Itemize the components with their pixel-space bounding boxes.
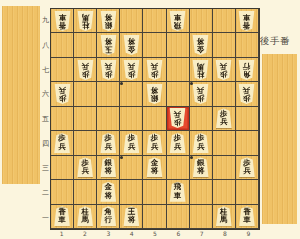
- square-6一[interactable]: [167, 205, 190, 229]
- piece-kanji: 将: [151, 86, 159, 95]
- square-2九[interactable]: 桂馬: [74, 9, 97, 33]
- square-4七[interactable]: 歩兵: [120, 58, 143, 82]
- square-6二[interactable]: 飛車: [167, 180, 190, 204]
- piece-kanji: 歩: [174, 118, 182, 127]
- piece-kanji: 将: [105, 37, 113, 46]
- piece-gote-角行[interactable]: 角行: [100, 206, 117, 226]
- piece-sente-歩兵[interactable]: 歩兵: [169, 108, 186, 128]
- piece-sente-歩兵[interactable]: 歩兵: [123, 60, 140, 80]
- rank-label: 七: [41, 57, 50, 82]
- piece-kanji: 馬: [197, 61, 205, 70]
- piece-gote-王将[interactable]: 王将: [123, 206, 140, 226]
- piece-kanji: 兵: [197, 143, 205, 152]
- square-4四[interactable]: 歩兵: [120, 131, 143, 155]
- file-labels: 123456789: [50, 230, 260, 238]
- piece-kanji: 兵: [105, 143, 113, 152]
- piece-kanji: 車: [174, 12, 182, 21]
- square-2六[interactable]: [74, 82, 97, 106]
- square-8五[interactable]: 歩兵: [213, 107, 236, 131]
- rank-label: 八: [41, 33, 50, 58]
- piece-kanji: 兵: [174, 143, 182, 152]
- piece-kanji: 馬: [81, 216, 89, 225]
- sente-hand-tray: [2, 6, 40, 184]
- piece-gote-飛車[interactable]: 飛車: [169, 182, 186, 202]
- piece-gote-桂馬[interactable]: 桂馬: [77, 206, 94, 226]
- square-7六[interactable]: 歩兵: [190, 82, 213, 106]
- square-3三[interactable]: 銀将: [97, 156, 120, 180]
- square-6六[interactable]: [167, 82, 190, 106]
- square-9八[interactable]: [236, 33, 259, 57]
- piece-kanji: 将: [197, 37, 205, 46]
- square-4五[interactable]: [120, 107, 143, 131]
- square-1四[interactable]: 歩兵: [51, 131, 74, 155]
- square-7七[interactable]: 桂馬: [190, 58, 213, 82]
- square-7二[interactable]: [190, 180, 213, 204]
- square-3二[interactable]: 金将: [97, 180, 120, 204]
- star-point: [190, 156, 193, 159]
- piece-kanji: 車: [243, 216, 251, 225]
- piece-kanji: 将: [128, 216, 136, 225]
- square-8四[interactable]: [213, 131, 236, 155]
- piece-gote-歩兵[interactable]: 歩兵: [215, 108, 232, 128]
- rank-labels: 九八七六五四三二一: [41, 8, 50, 230]
- square-3六[interactable]: [97, 82, 120, 106]
- piece-kanji: 将: [151, 167, 159, 176]
- star-point: [120, 156, 123, 159]
- square-4二[interactable]: [120, 180, 143, 204]
- rank-label: 四: [41, 131, 50, 156]
- square-5七[interactable]: 歩兵: [143, 58, 166, 82]
- piece-gote-歩兵[interactable]: 歩兵: [238, 157, 255, 177]
- piece-kanji: 玉: [105, 45, 113, 54]
- square-6八[interactable]: [167, 33, 190, 57]
- piece-sente-歩兵[interactable]: 歩兵: [192, 84, 209, 104]
- square-4一[interactable]: 王将: [120, 205, 143, 229]
- piece-kanji: 行: [243, 61, 251, 70]
- piece-gote-歩兵[interactable]: 歩兵: [169, 133, 186, 153]
- square-5九[interactable]: [143, 9, 166, 33]
- piece-sente-銀将[interactable]: 銀将: [100, 11, 117, 31]
- square-7三[interactable]: 銀将: [190, 156, 213, 180]
- rank-label: 九: [41, 8, 50, 33]
- square-7一[interactable]: [190, 205, 213, 229]
- piece-gote-歩兵[interactable]: 歩兵: [54, 133, 71, 153]
- piece-kanji: 歩: [197, 94, 205, 103]
- square-6九[interactable]: 飛車: [167, 9, 190, 33]
- piece-kanji: 兵: [128, 143, 136, 152]
- square-8二[interactable]: [213, 180, 236, 204]
- square-7五[interactable]: [190, 107, 213, 131]
- piece-kanji: 将: [197, 167, 205, 176]
- piece-kanji: 兵: [220, 61, 228, 70]
- rank-label: 一: [41, 205, 50, 230]
- piece-gote-金将[interactable]: 金将: [146, 157, 163, 177]
- square-5四[interactable]: 歩兵: [143, 131, 166, 155]
- file-label: 3: [97, 230, 120, 238]
- square-1六[interactable]: 歩兵: [51, 82, 74, 106]
- piece-gote-歩兵[interactable]: 歩兵: [192, 133, 209, 153]
- square-3四[interactable]: 歩兵: [97, 131, 120, 155]
- square-8六[interactable]: [213, 82, 236, 106]
- piece-kanji: 兵: [151, 143, 159, 152]
- piece-kanji: 兵: [128, 61, 136, 70]
- square-9四[interactable]: [236, 131, 259, 155]
- piece-kanji: 金: [197, 45, 205, 54]
- rank-label: 二: [41, 181, 50, 206]
- square-7九[interactable]: [190, 9, 213, 33]
- square-2二[interactable]: [74, 180, 97, 204]
- piece-gote-歩兵[interactable]: 歩兵: [123, 133, 140, 153]
- square-6七[interactable]: [167, 58, 190, 82]
- piece-kanji: 将: [105, 192, 113, 201]
- square-9九[interactable]: 香車: [236, 9, 259, 33]
- rank-label: 六: [41, 82, 50, 107]
- piece-sente-歩兵[interactable]: 歩兵: [238, 84, 255, 104]
- piece-kanji: 兵: [81, 167, 89, 176]
- piece-gote-銀将[interactable]: 銀将: [100, 157, 117, 177]
- piece-kanji: 兵: [81, 61, 89, 70]
- piece-kanji: 兵: [58, 143, 66, 152]
- piece-gote-香車[interactable]: 香車: [238, 206, 255, 226]
- piece-kanji: 歩: [243, 94, 251, 103]
- shogi-app: 後手番 九八七六五四三二一 香車桂馬銀将飛車香車玉将金将金将歩兵歩兵歩兵歩兵桂馬…: [0, 0, 300, 239]
- file-label: 7: [190, 230, 213, 238]
- square-5二[interactable]: [143, 180, 166, 204]
- square-1二[interactable]: [51, 180, 74, 204]
- star-point: [120, 82, 123, 85]
- square-8七[interactable]: 歩兵: [213, 58, 236, 82]
- turn-indicator: 後手番: [260, 35, 298, 48]
- square-1五[interactable]: [51, 107, 74, 131]
- square-2三[interactable]: 歩兵: [74, 156, 97, 180]
- piece-sente-角行[interactable]: 角行: [238, 60, 255, 80]
- square-9七[interactable]: 角行: [236, 58, 259, 82]
- piece-sente-歩兵[interactable]: 歩兵: [100, 60, 117, 80]
- square-2一[interactable]: 桂馬: [74, 205, 97, 229]
- gote-hand-tray: [262, 54, 297, 224]
- piece-kanji: 馬: [220, 216, 228, 225]
- file-label: 1: [50, 230, 73, 238]
- star-point: [190, 82, 193, 85]
- square-9一[interactable]: 香車: [236, 205, 259, 229]
- piece-sente-香車[interactable]: 香車: [54, 11, 71, 31]
- piece-kanji: 将: [128, 37, 136, 46]
- square-8三[interactable]: [213, 156, 236, 180]
- piece-gote-桂馬[interactable]: 桂馬: [215, 206, 232, 226]
- square-8一[interactable]: 桂馬: [213, 205, 236, 229]
- piece-kanji: 兵: [151, 61, 159, 70]
- piece-sente-金将[interactable]: 金将: [123, 35, 140, 55]
- piece-sente-歩兵[interactable]: 歩兵: [146, 60, 163, 80]
- piece-kanji: 兵: [243, 86, 251, 95]
- square-2四[interactable]: [74, 131, 97, 155]
- square-9五[interactable]: [236, 107, 259, 131]
- rank-label: 三: [41, 156, 50, 181]
- piece-kanji: 兵: [220, 118, 228, 127]
- square-2五[interactable]: [74, 107, 97, 131]
- square-8九[interactable]: [213, 9, 236, 33]
- square-9三[interactable]: 歩兵: [236, 156, 259, 180]
- square-5五[interactable]: [143, 107, 166, 131]
- square-3七[interactable]: 歩兵: [97, 58, 120, 82]
- piece-gote-金将[interactable]: 金将: [100, 182, 117, 202]
- piece-kanji: 将: [105, 167, 113, 176]
- piece-sente-歩兵[interactable]: 歩兵: [215, 60, 232, 80]
- piece-kanji: 車: [243, 12, 251, 21]
- piece-gote-歩兵[interactable]: 歩兵: [100, 133, 117, 153]
- square-3九[interactable]: 銀将: [97, 9, 120, 33]
- square-5一[interactable]: [143, 205, 166, 229]
- piece-gote-歩兵[interactable]: 歩兵: [77, 157, 94, 177]
- square-3五[interactable]: [97, 107, 120, 131]
- file-label: 8: [213, 230, 236, 238]
- square-4三[interactable]: [120, 156, 143, 180]
- piece-kanji: 車: [58, 12, 66, 21]
- piece-kanji: 兵: [174, 110, 182, 119]
- piece-kanji: 兵: [105, 61, 113, 70]
- piece-kanji: 兵: [197, 86, 205, 95]
- square-5八[interactable]: [143, 33, 166, 57]
- piece-sente-金将[interactable]: 金将: [192, 35, 209, 55]
- piece-sente-桂馬[interactable]: 桂馬: [192, 60, 209, 80]
- square-1一[interactable]: 香車: [51, 205, 74, 229]
- square-5六[interactable]: 銀将: [143, 82, 166, 106]
- piece-sente-玉将[interactable]: 玉将: [100, 35, 117, 55]
- piece-kanji: 銀: [151, 94, 159, 103]
- piece-kanji: 行: [105, 216, 113, 225]
- square-1九[interactable]: 香車: [51, 9, 74, 33]
- square-3一[interactable]: 角行: [97, 205, 120, 229]
- square-4六[interactable]: [120, 82, 143, 106]
- square-4九[interactable]: [120, 9, 143, 33]
- square-6五[interactable]: 歩兵: [167, 107, 190, 131]
- piece-kanji: 歩: [58, 94, 66, 103]
- piece-sente-香車[interactable]: 香車: [238, 11, 255, 31]
- file-label: 9: [237, 230, 260, 238]
- square-6四[interactable]: 歩兵: [167, 131, 190, 155]
- piece-kanji: 兵: [58, 86, 66, 95]
- piece-kanji: 金: [128, 45, 136, 54]
- square-8八[interactable]: [213, 33, 236, 57]
- piece-kanji: 車: [174, 192, 182, 201]
- piece-sente-銀将[interactable]: 銀将: [146, 84, 163, 104]
- square-5三[interactable]: 金将: [143, 156, 166, 180]
- file-label: 2: [73, 230, 96, 238]
- piece-kanji: 車: [58, 216, 66, 225]
- piece-sente-歩兵[interactable]: 歩兵: [77, 60, 94, 80]
- square-4八[interactable]: 金将: [120, 33, 143, 57]
- file-label: 5: [143, 230, 166, 238]
- square-1三[interactable]: [51, 156, 74, 180]
- square-7八[interactable]: 金将: [190, 33, 213, 57]
- piece-sente-桂馬[interactable]: 桂馬: [77, 11, 94, 31]
- square-2八[interactable]: [74, 33, 97, 57]
- piece-kanji: 兵: [243, 167, 251, 176]
- piece-gote-香車[interactable]: 香車: [54, 206, 71, 226]
- shogi-board: 香車桂馬銀将飛車香車玉将金将金将歩兵歩兵歩兵歩兵桂馬歩兵角行歩兵銀将歩兵歩兵歩兵…: [50, 8, 260, 230]
- square-6三[interactable]: [167, 156, 190, 180]
- square-9六[interactable]: 歩兵: [236, 82, 259, 106]
- square-1八[interactable]: [51, 33, 74, 57]
- square-7四[interactable]: 歩兵: [190, 131, 213, 155]
- piece-sente-飛車[interactable]: 飛車: [169, 11, 186, 31]
- piece-kanji: 将: [105, 12, 113, 21]
- square-3八[interactable]: 玉将: [97, 33, 120, 57]
- square-9二[interactable]: [236, 180, 259, 204]
- piece-sente-歩兵[interactable]: 歩兵: [54, 84, 71, 104]
- piece-gote-銀将[interactable]: 銀将: [192, 157, 209, 177]
- piece-gote-歩兵[interactable]: 歩兵: [146, 133, 163, 153]
- file-label: 6: [167, 230, 190, 238]
- piece-kanji: 馬: [81, 12, 89, 21]
- rank-label: 五: [41, 107, 50, 132]
- square-1七[interactable]: [51, 58, 74, 82]
- square-2七[interactable]: 歩兵: [74, 58, 97, 82]
- file-label: 4: [120, 230, 143, 238]
